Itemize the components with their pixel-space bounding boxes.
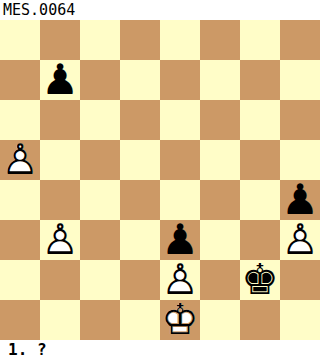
square-d8[interactable] <box>120 20 160 60</box>
square-h4[interactable]: ♟ <box>280 180 320 220</box>
white-king[interactable]: ♚♔ <box>160 300 200 340</box>
square-e5[interactable] <box>160 140 200 180</box>
square-c8[interactable] <box>80 20 120 60</box>
square-f8[interactable] <box>200 20 240 60</box>
square-a3[interactable] <box>0 220 40 260</box>
puzzle-id-title: MES.0064 <box>0 0 320 20</box>
piece-glyph: ♟ <box>160 220 200 260</box>
square-b8[interactable] <box>40 20 80 60</box>
square-e7[interactable] <box>160 60 200 100</box>
square-b5[interactable] <box>40 140 80 180</box>
white-pawn[interactable]: ♟♙ <box>280 220 320 260</box>
square-b3[interactable]: ♟♙ <box>40 220 80 260</box>
square-e8[interactable] <box>160 20 200 60</box>
square-b1[interactable] <box>40 300 80 340</box>
square-g4[interactable] <box>240 180 280 220</box>
square-h8[interactable] <box>280 20 320 60</box>
black-king[interactable]: ♚ <box>240 260 280 300</box>
square-b4[interactable] <box>40 180 80 220</box>
piece-outline-layer: ♙ <box>280 220 320 260</box>
piece-outline-layer: ♙ <box>0 140 40 180</box>
black-pawn[interactable]: ♟ <box>280 180 320 220</box>
square-c4[interactable] <box>80 180 120 220</box>
piece-outline-layer: ♙ <box>40 220 80 260</box>
square-h5[interactable] <box>280 140 320 180</box>
square-c5[interactable] <box>80 140 120 180</box>
square-g1[interactable] <box>240 300 280 340</box>
square-e6[interactable] <box>160 100 200 140</box>
square-f3[interactable] <box>200 220 240 260</box>
square-a2[interactable] <box>0 260 40 300</box>
square-a8[interactable] <box>0 20 40 60</box>
square-d3[interactable] <box>120 220 160 260</box>
square-c1[interactable] <box>80 300 120 340</box>
white-pawn[interactable]: ♟♙ <box>0 140 40 180</box>
square-b7[interactable]: ♟ <box>40 60 80 100</box>
black-pawn[interactable]: ♟ <box>40 60 80 100</box>
square-d7[interactable] <box>120 60 160 100</box>
piece-outline-layer: ♔ <box>160 300 200 340</box>
square-e3[interactable]: ♟ <box>160 220 200 260</box>
square-a1[interactable] <box>0 300 40 340</box>
square-h3[interactable]: ♟♙ <box>280 220 320 260</box>
square-g8[interactable] <box>240 20 280 60</box>
square-a4[interactable] <box>0 180 40 220</box>
square-e4[interactable] <box>160 180 200 220</box>
square-h2[interactable] <box>280 260 320 300</box>
square-h6[interactable] <box>280 100 320 140</box>
square-f1[interactable] <box>200 300 240 340</box>
white-pawn[interactable]: ♟♙ <box>160 260 200 300</box>
square-c6[interactable] <box>80 100 120 140</box>
square-e1[interactable]: ♚♔ <box>160 300 200 340</box>
square-c2[interactable] <box>80 260 120 300</box>
square-a6[interactable] <box>0 100 40 140</box>
square-g6[interactable] <box>240 100 280 140</box>
black-pawn[interactable]: ♟ <box>160 220 200 260</box>
square-f5[interactable] <box>200 140 240 180</box>
square-d1[interactable] <box>120 300 160 340</box>
square-f2[interactable] <box>200 260 240 300</box>
square-d4[interactable] <box>120 180 160 220</box>
square-e2[interactable]: ♟♙ <box>160 260 200 300</box>
piece-glyph: ♟ <box>40 60 80 100</box>
piece-glyph: ♚ <box>240 260 280 300</box>
square-a7[interactable] <box>0 60 40 100</box>
square-h7[interactable] <box>280 60 320 100</box>
piece-outline-layer: ♙ <box>160 260 200 300</box>
white-pawn[interactable]: ♟♙ <box>40 220 80 260</box>
square-d6[interactable] <box>120 100 160 140</box>
square-d2[interactable] <box>120 260 160 300</box>
square-b6[interactable] <box>40 100 80 140</box>
square-f6[interactable] <box>200 100 240 140</box>
square-f4[interactable] <box>200 180 240 220</box>
square-g5[interactable] <box>240 140 280 180</box>
square-a5[interactable]: ♟♙ <box>0 140 40 180</box>
square-g7[interactable] <box>240 60 280 100</box>
square-f7[interactable] <box>200 60 240 100</box>
square-d5[interactable] <box>120 140 160 180</box>
square-g3[interactable] <box>240 220 280 260</box>
square-c7[interactable] <box>80 60 120 100</box>
square-c3[interactable] <box>80 220 120 260</box>
square-b2[interactable] <box>40 260 80 300</box>
square-h1[interactable] <box>280 300 320 340</box>
square-g2[interactable]: ♚ <box>240 260 280 300</box>
chess-diagram-page: MES.0064 ♟♟♙♟♟♙♟♟♙♟♙♚♚♔ 1. ? <box>0 0 320 360</box>
move-prompt: 1. ? <box>0 340 320 360</box>
chess-board: ♟♟♙♟♟♙♟♟♙♟♙♚♚♔ <box>0 20 320 340</box>
piece-glyph: ♟ <box>280 180 320 220</box>
